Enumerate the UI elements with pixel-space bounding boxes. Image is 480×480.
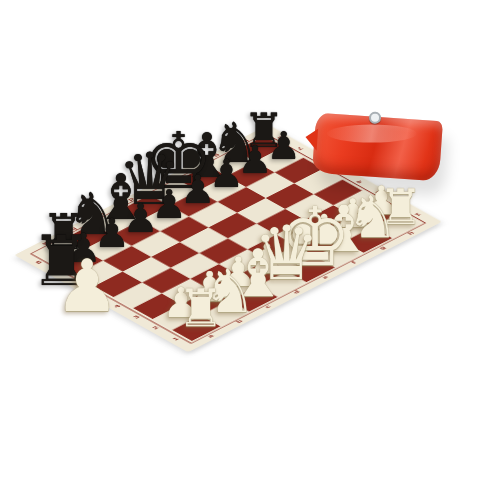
piece-white-rook-a1[interactable]: ♜ bbox=[177, 283, 223, 335]
bag-grommet-icon bbox=[369, 111, 382, 124]
off-board-white-pawn[interactable]: ♟ bbox=[55, 250, 120, 322]
red-drawstring-bag bbox=[312, 113, 443, 182]
rank-label-left-2: 2 bbox=[152, 326, 160, 330]
product-photo-scene: aa88bb77cc66dd55ee44ff33gg22hh11 ♜♞♝♛♚♝♞… bbox=[0, 0, 480, 480]
pieces-layer: ♜♞♝♛♚♝♞♜♟♟♟♟♟♟♟♟♟♟♟♟♟♟♟♟♜♞♝♛♚♝♞♜♜♟ bbox=[0, 0, 480, 480]
rank-label-left-3: 3 bbox=[132, 315, 140, 319]
